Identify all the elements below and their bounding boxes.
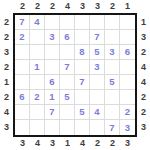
cell-r1c3[interactable] [45, 15, 60, 30]
clue-left-1: 2 [0, 15, 13, 30]
cell-r5c1[interactable] [15, 75, 30, 90]
cell-r8c6[interactable] [90, 120, 105, 135]
cell-r2c7[interactable] [105, 30, 120, 45]
cell-r6c1[interactable]: 6 [15, 90, 30, 105]
cell-r6c4[interactable]: 5 [60, 90, 75, 105]
cell-r1c1[interactable]: 7 [15, 15, 30, 30]
clue-left-7: 4 [0, 105, 13, 120]
cell-r4c6[interactable]: 3 [90, 60, 105, 75]
cell-r2c5[interactable] [75, 30, 90, 45]
cell-r5c6[interactable] [90, 75, 105, 90]
cell-r4c3[interactable] [45, 60, 60, 75]
cell-r5c4[interactable] [60, 75, 75, 90]
clue-left-2: 2 [0, 30, 13, 45]
cell-r7c5[interactable]: 5 [75, 105, 90, 120]
clue-bottom-5: 4 [75, 137, 90, 150]
cell-r4c4[interactable]: 7 [60, 60, 75, 75]
clue-top-4: 4 [60, 0, 75, 13]
cell-r3c3[interactable] [45, 45, 60, 60]
cell-r2c2[interactable] [30, 30, 45, 45]
clue-right-1: 1 [137, 15, 150, 30]
clue-left-4: 2 [0, 60, 13, 75]
clue-right-5: 4 [137, 75, 150, 90]
cell-r7c3[interactable]: 7 [45, 105, 60, 120]
clue-row-top: 22243321 [13, 0, 137, 13]
clue-bottom-3: 3 [45, 137, 60, 150]
cell-r3c6[interactable]: 5 [90, 45, 105, 60]
cell-r6c6[interactable] [90, 90, 105, 105]
cell-r7c2[interactable] [30, 105, 45, 120]
clue-top-6: 3 [90, 0, 105, 13]
cell-r5c7[interactable]: 5 [105, 75, 120, 90]
clue-left-3: 3 [0, 45, 13, 60]
clue-row-bottom: 34314223 [13, 137, 137, 150]
cell-r8c1[interactable] [15, 120, 30, 135]
cell-r7c7[interactable] [105, 105, 120, 120]
clue-right-8: 3 [137, 120, 150, 135]
cell-r4c1[interactable] [15, 60, 30, 75]
clue-left-5: 1 [0, 75, 13, 90]
cell-r2c3[interactable]: 3 [45, 30, 60, 45]
cell-r7c8[interactable]: 2 [120, 105, 135, 120]
cell-r3c5[interactable]: 8 [75, 45, 90, 60]
clue-top-5: 3 [75, 0, 90, 13]
clue-bottom-2: 4 [30, 137, 45, 150]
cell-r2c4[interactable]: 6 [60, 30, 75, 45]
cell-r8c7[interactable]: 7 [105, 120, 120, 135]
cell-r6c8[interactable] [120, 90, 135, 105]
cell-r1c8[interactable] [120, 15, 135, 30]
cell-r7c4[interactable] [60, 105, 75, 120]
cell-r6c7[interactable] [105, 90, 120, 105]
clue-bottom-8: 3 [120, 137, 135, 150]
cell-r3c4[interactable] [60, 45, 75, 60]
cell-r4c5[interactable] [75, 60, 90, 75]
cell-r3c8[interactable]: 6 [120, 45, 135, 60]
cell-r2c8[interactable] [120, 30, 135, 45]
clue-right-6: 2 [137, 90, 150, 105]
cell-r1c2[interactable]: 4 [30, 15, 45, 30]
cell-r8c2[interactable] [30, 120, 45, 135]
board-grid: 74236785361736756215754273 [13, 13, 137, 137]
clue-right-7: 2 [137, 105, 150, 120]
clue-top-8: 1 [120, 0, 135, 13]
cell-r7c6[interactable]: 4 [90, 105, 105, 120]
cell-r4c8[interactable] [120, 60, 135, 75]
cell-r3c7[interactable]: 3 [105, 45, 120, 60]
cell-r8c5[interactable] [75, 120, 90, 135]
cell-r1c7[interactable] [105, 15, 120, 30]
cell-r6c5[interactable] [75, 90, 90, 105]
clue-top-2: 2 [30, 0, 45, 13]
cell-r4c2[interactable]: 1 [30, 60, 45, 75]
cell-r4c7[interactable] [105, 60, 120, 75]
cell-r8c8[interactable]: 3 [120, 120, 135, 135]
cell-r3c1[interactable] [15, 45, 30, 60]
clue-top-3: 2 [45, 0, 60, 13]
cell-r2c1[interactable]: 2 [15, 30, 30, 45]
cell-r8c3[interactable] [45, 120, 60, 135]
clue-right-2: 3 [137, 30, 150, 45]
clue-right-3: 2 [137, 45, 150, 60]
cell-r1c6[interactable] [90, 15, 105, 30]
clue-column-left: 22321243 [0, 13, 13, 137]
cell-r1c4[interactable] [60, 15, 75, 30]
cell-r5c5[interactable]: 7 [75, 75, 90, 90]
clue-right-4: 4 [137, 60, 150, 75]
clue-bottom-6: 2 [90, 137, 105, 150]
clue-bottom-1: 3 [15, 137, 30, 150]
skyscrapers-puzzle: 22243321 22321243 7423678536173675621575… [0, 0, 150, 150]
clue-bottom-7: 2 [105, 137, 120, 150]
clue-bottom-4: 1 [60, 137, 75, 150]
clue-top-7: 2 [105, 0, 120, 13]
cell-r6c3[interactable]: 1 [45, 90, 60, 105]
cell-r7c1[interactable] [15, 105, 30, 120]
cell-r2c6[interactable]: 7 [90, 30, 105, 45]
cell-r6c2[interactable]: 2 [30, 90, 45, 105]
clue-left-6: 2 [0, 90, 13, 105]
clue-column-right: 13244223 [137, 13, 150, 137]
cell-r5c2[interactable] [30, 75, 45, 90]
cell-r8c4[interactable] [60, 120, 75, 135]
clue-top-1: 2 [15, 0, 30, 13]
cell-r1c5[interactable] [75, 15, 90, 30]
clue-left-8: 3 [0, 120, 13, 135]
cell-r5c3[interactable]: 6 [45, 75, 60, 90]
cell-r3c2[interactable] [30, 45, 45, 60]
cell-r5c8[interactable] [120, 75, 135, 90]
